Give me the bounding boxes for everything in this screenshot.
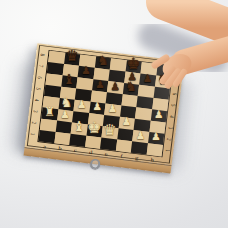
piece-white-pawn[interactable]: ♟ <box>108 103 117 114</box>
rank-label: 5 <box>30 84 46 93</box>
piece-white-knight[interactable]: ♞ <box>61 95 73 108</box>
piece-black-pawn[interactable]: ♟ <box>95 78 104 89</box>
rank-label: 4 <box>164 112 180 121</box>
piece-white-pawn[interactable]: ♟ <box>151 131 160 142</box>
piece-white-pawn[interactable]: ♟ <box>92 101 101 112</box>
scene-background: abcdefgh 87654321 87654321 ♛♞♚♟♟♟♞♝♟♟♞♞♟… <box>0 0 228 228</box>
piece-black-pawn[interactable]: ♟ <box>143 73 152 84</box>
square-f1[interactable] <box>115 139 132 152</box>
rank-label: 7 <box>168 78 184 87</box>
square-g1[interactable] <box>131 141 148 154</box>
piece-white-king[interactable]: ♚ <box>87 120 101 136</box>
piece-white-queen[interactable]: ♛ <box>103 122 116 137</box>
square-e1[interactable] <box>100 138 117 151</box>
rank-label: 1 <box>159 146 175 155</box>
square-d1[interactable] <box>85 136 102 149</box>
square-c1[interactable] <box>69 134 86 147</box>
rank-label: 3 <box>27 107 43 116</box>
piece-white-pawn[interactable]: ♟ <box>154 109 163 120</box>
rank-label: 2 <box>26 118 42 127</box>
rank-label: 8 <box>34 50 50 59</box>
rank-label: 6 <box>166 89 182 98</box>
piece-black-knight[interactable]: ♞ <box>97 54 109 67</box>
rank-label: 8 <box>169 67 185 76</box>
piece-black-pawn[interactable]: ♟ <box>111 80 120 91</box>
piece-white-pawn[interactable]: ♟ <box>122 116 131 127</box>
rank-label: 1 <box>24 129 40 138</box>
piece-black-bishop[interactable]: ♝ <box>63 72 75 86</box>
piece-white-rook[interactable]: ♜ <box>44 106 55 118</box>
metal-clasp-ring-icon <box>89 158 100 169</box>
rank-label: 2 <box>161 135 177 144</box>
square-a1[interactable] <box>38 130 55 143</box>
piece-black-knight[interactable]: ♞ <box>157 73 169 86</box>
piece-white-pawn[interactable]: ♟ <box>136 129 145 140</box>
rank-label: 6 <box>31 73 47 82</box>
piece-white-bishop[interactable]: ♝ <box>73 120 85 134</box>
rank-label: 5 <box>165 101 181 110</box>
piece-black-pawn[interactable]: ♟ <box>81 65 90 76</box>
square-b1[interactable] <box>54 132 71 145</box>
piece-black-knight[interactable]: ♞ <box>125 80 137 93</box>
piece-white-pawn[interactable]: ♟ <box>77 99 86 110</box>
piece-black-queen[interactable]: ♛ <box>65 49 78 64</box>
rank-label: 3 <box>162 123 178 132</box>
rank-label: 7 <box>33 61 49 70</box>
rank-label: 4 <box>29 95 45 104</box>
piece-white-pawn[interactable]: ♟ <box>60 108 69 119</box>
